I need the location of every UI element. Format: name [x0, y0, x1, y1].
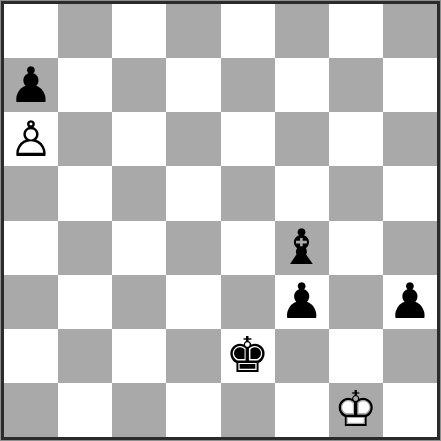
square-e7[interactable]	[221, 58, 275, 112]
square-b8[interactable]	[58, 4, 112, 58]
square-g1[interactable]: ♚♔	[329, 383, 383, 437]
square-e3[interactable]	[221, 275, 275, 329]
square-b4[interactable]	[58, 221, 112, 275]
square-b6[interactable]	[58, 112, 112, 166]
square-a1[interactable]	[4, 383, 58, 437]
piece-white-king-g1[interactable]: ♚♔	[329, 383, 383, 437]
square-d6[interactable]	[166, 112, 220, 166]
square-h1[interactable]	[383, 383, 437, 437]
square-a4[interactable]	[4, 221, 58, 275]
square-f6[interactable]	[275, 112, 329, 166]
chess-board: ♟♟♙♝♟♟♚♚♔	[1, 1, 440, 440]
square-a5[interactable]	[4, 166, 58, 220]
square-h7[interactable]	[383, 58, 437, 112]
square-d2[interactable]	[166, 329, 220, 383]
king-glyph: ♚	[221, 329, 275, 383]
square-g3[interactable]	[329, 275, 383, 329]
square-c4[interactable]	[112, 221, 166, 275]
square-d7[interactable]	[166, 58, 220, 112]
square-d8[interactable]	[166, 4, 220, 58]
square-e6[interactable]	[221, 112, 275, 166]
square-c2[interactable]	[112, 329, 166, 383]
square-h4[interactable]	[383, 221, 437, 275]
square-g2[interactable]	[329, 329, 383, 383]
square-b3[interactable]	[58, 275, 112, 329]
piece-black-king-e2[interactable]: ♚	[221, 329, 275, 383]
square-f7[interactable]	[275, 58, 329, 112]
square-c8[interactable]	[112, 4, 166, 58]
square-a7[interactable]: ♟	[4, 58, 58, 112]
square-a3[interactable]	[4, 275, 58, 329]
square-f4[interactable]: ♝	[275, 221, 329, 275]
square-a2[interactable]	[4, 329, 58, 383]
square-d4[interactable]	[166, 221, 220, 275]
piece-black-pawn-f3[interactable]: ♟	[275, 275, 329, 329]
square-f3[interactable]: ♟	[275, 275, 329, 329]
piece-black-bishop-f4[interactable]: ♝	[275, 221, 329, 275]
square-h5[interactable]	[383, 166, 437, 220]
square-e2[interactable]: ♚	[221, 329, 275, 383]
square-g8[interactable]	[329, 4, 383, 58]
square-c1[interactable]	[112, 383, 166, 437]
square-e1[interactable]	[221, 383, 275, 437]
square-b1[interactable]	[58, 383, 112, 437]
square-d1[interactable]	[166, 383, 220, 437]
piece-black-pawn-a7[interactable]: ♟	[4, 58, 58, 112]
square-g4[interactable]	[329, 221, 383, 275]
pawn-glyph: ♟	[275, 275, 329, 329]
pawn-outline-glyph: ♙	[4, 112, 58, 166]
pawn-glyph: ♟	[4, 58, 58, 112]
square-b5[interactable]	[58, 166, 112, 220]
bishop-glyph: ♝	[275, 221, 329, 275]
square-d3[interactable]	[166, 275, 220, 329]
square-g7[interactable]	[329, 58, 383, 112]
chess-board-frame: ♟♟♙♝♟♟♚♚♔	[0, 0, 441, 441]
square-h3[interactable]: ♟	[383, 275, 437, 329]
square-h2[interactable]	[383, 329, 437, 383]
square-e5[interactable]	[221, 166, 275, 220]
piece-black-pawn-h3[interactable]: ♟	[383, 275, 437, 329]
square-c3[interactable]	[112, 275, 166, 329]
square-f8[interactable]	[275, 4, 329, 58]
square-h6[interactable]	[383, 112, 437, 166]
square-b7[interactable]	[58, 58, 112, 112]
square-b2[interactable]	[58, 329, 112, 383]
square-a6[interactable]: ♟♙	[4, 112, 58, 166]
square-f2[interactable]	[275, 329, 329, 383]
square-a8[interactable]	[4, 4, 58, 58]
square-g5[interactable]	[329, 166, 383, 220]
piece-white-pawn-a6[interactable]: ♟♙	[4, 112, 58, 166]
square-h8[interactable]	[383, 4, 437, 58]
square-g6[interactable]	[329, 112, 383, 166]
square-e4[interactable]	[221, 221, 275, 275]
square-c6[interactable]	[112, 112, 166, 166]
square-c7[interactable]	[112, 58, 166, 112]
square-f5[interactable]	[275, 166, 329, 220]
square-e8[interactable]	[221, 4, 275, 58]
square-f1[interactable]	[275, 383, 329, 437]
king-outline-glyph: ♔	[329, 383, 383, 437]
pawn-glyph: ♟	[383, 275, 437, 329]
square-c5[interactable]	[112, 166, 166, 220]
square-d5[interactable]	[166, 166, 220, 220]
